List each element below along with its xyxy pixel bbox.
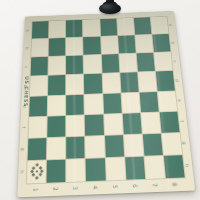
square-r4c7[interactable] (138, 72, 157, 92)
file-label: b (162, 39, 184, 46)
square-r5c3[interactable] (66, 94, 84, 114)
rank-label: 7 (149, 175, 163, 195)
square-r3c6[interactable] (119, 54, 137, 73)
file-label: a (18, 27, 39, 34)
rank-label: 3 (70, 179, 82, 199)
file-label: g (12, 145, 36, 154)
square-r2c5[interactable] (101, 36, 118, 54)
file-label: d (166, 76, 189, 84)
square-r4c5[interactable] (102, 73, 120, 93)
rank-label: 5 (110, 177, 123, 197)
square-r3c7[interactable] (136, 53, 154, 72)
square-r7c3[interactable] (66, 136, 84, 158)
square-r3c4[interactable] (84, 55, 101, 74)
photo-of-chessboard: abcdefgh abcdefgh 12345678 US CHESS (0, 0, 200, 200)
square-r7c4[interactable] (85, 136, 104, 158)
rank-label: 1 (30, 180, 42, 200)
square-r5c2[interactable] (48, 95, 66, 115)
square-r7c6[interactable] (124, 134, 144, 156)
chessboard: abcdefgh abcdefgh 12345678 US CHESS (17, 11, 195, 197)
square-r2c3[interactable] (66, 37, 83, 55)
square-r6c7[interactable] (141, 112, 161, 133)
square-r6c5[interactable] (104, 114, 123, 135)
square-r4c6[interactable] (120, 73, 138, 93)
file-label: g (173, 138, 198, 147)
square-r6c6[interactable] (122, 113, 141, 134)
square-r5c7[interactable] (139, 92, 158, 112)
file-label: e (168, 96, 192, 104)
square-r2c4[interactable] (83, 37, 100, 55)
file-label: f (170, 117, 194, 126)
square-r4c4[interactable] (84, 74, 102, 94)
square-r1c3[interactable] (66, 20, 82, 37)
square-r1c4[interactable] (83, 19, 100, 36)
square-r3c2[interactable] (48, 56, 65, 75)
file-label: f (13, 123, 37, 132)
us-chess-diamond-logo-icon (29, 162, 45, 180)
square-r6c4[interactable] (85, 114, 103, 135)
square-r6c2[interactable] (47, 116, 65, 137)
square-r5c4[interactable] (85, 94, 103, 114)
square-r5c6[interactable] (121, 92, 140, 112)
square-r7c7[interactable] (143, 133, 163, 155)
file-label: c (164, 57, 187, 65)
black-piece-base[interactable] (98, 0, 122, 18)
square-r5c5[interactable] (103, 93, 121, 113)
square-r3c3[interactable] (66, 56, 83, 75)
square-r1c2[interactable] (49, 21, 65, 38)
file-label: a (160, 22, 182, 29)
rank-label: 6 (129, 176, 142, 196)
board-tilt-wrapper: abcdefgh abcdefgh 12345678 US CHESS (9, 0, 195, 197)
rank-label: 8 (169, 175, 183, 195)
square-r7c2[interactable] (47, 137, 65, 159)
square-r1c7[interactable] (134, 17, 152, 34)
rank-label: 2 (50, 179, 62, 199)
square-r2c2[interactable] (49, 38, 66, 56)
rank-label: 4 (90, 178, 102, 198)
piece-base (99, 3, 121, 14)
square-r1c5[interactable] (100, 19, 117, 36)
rank-labels-bottom: 12345678 (26, 178, 186, 196)
square-r2c7[interactable] (135, 35, 153, 53)
brand-text: US CHESS (21, 70, 32, 113)
square-r4c2[interactable] (48, 75, 65, 95)
chessboard-grid (27, 17, 185, 184)
file-label: b (17, 45, 39, 52)
square-r4c3[interactable] (66, 75, 83, 95)
square-r2c6[interactable] (118, 35, 136, 53)
square-r1c6[interactable] (117, 18, 134, 35)
square-r7c5[interactable] (104, 135, 123, 157)
file-label: h (175, 161, 200, 170)
square-r3c5[interactable] (101, 54, 119, 73)
square-r6c3[interactable] (66, 115, 84, 136)
